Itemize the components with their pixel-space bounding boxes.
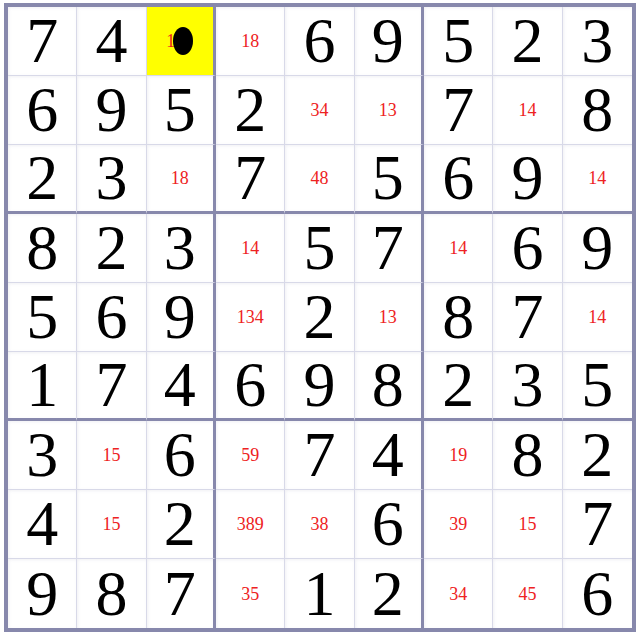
cell-r9c2[interactable]: 8 [77, 559, 146, 628]
cell-r6c2[interactable]: 7 [77, 352, 146, 421]
candidate-digits: 18 [171, 169, 189, 187]
solved-digit: 7 [164, 562, 196, 626]
candidate-digits: 59 [241, 446, 259, 464]
cell-r3c4[interactable]: 7 [216, 145, 285, 214]
solved-digit: 8 [26, 216, 58, 280]
cell-r8c4[interactable]: 389 [216, 490, 285, 559]
solved-digit: 7 [234, 146, 266, 210]
cell-r3c5[interactable]: 48 [285, 145, 354, 214]
cell-r1c8[interactable]: 2 [493, 7, 562, 76]
candidate-digits: 15 [102, 515, 120, 533]
cell-r7c1[interactable]: 3 [8, 421, 77, 490]
cell-r2c5[interactable]: 34 [285, 76, 354, 145]
cell-r2c4[interactable]: 2 [216, 76, 285, 145]
cell-r1c9[interactable]: 3 [563, 7, 632, 76]
cell-r3c1[interactable]: 2 [8, 145, 77, 214]
cell-r7c2[interactable]: 15 [77, 421, 146, 490]
cell-r2c8[interactable]: 14 [493, 76, 562, 145]
cell-r9c7[interactable]: 34 [424, 559, 493, 628]
solved-digit: 7 [442, 78, 474, 142]
solved-digit: 6 [303, 9, 335, 73]
solved-digit: 6 [511, 216, 543, 280]
solved-digit: 2 [95, 216, 127, 280]
solved-digit: 8 [442, 285, 474, 349]
cell-r6c8[interactable]: 3 [493, 352, 562, 421]
cell-r8c5[interactable]: 38 [285, 490, 354, 559]
candidate-digits: 34 [449, 585, 467, 603]
cell-r3c9[interactable]: 14 [563, 145, 632, 214]
cell-r8c9[interactable]: 7 [563, 490, 632, 559]
cell-r5c5[interactable]: 2 [285, 283, 354, 352]
solved-digit: 5 [303, 216, 335, 280]
cell-r9c8[interactable]: 45 [493, 559, 562, 628]
cell-r5c9[interactable]: 14 [563, 283, 632, 352]
solved-digit: 3 [581, 9, 613, 73]
candidate-digits: 14 [449, 239, 467, 257]
cell-r9c3[interactable]: 7 [147, 559, 216, 628]
cell-r7c9[interactable]: 2 [563, 421, 632, 490]
cell-r5c4[interactable]: 134 [216, 283, 285, 352]
cell-r8c2[interactable]: 15 [77, 490, 146, 559]
candidate-digits: 134 [237, 308, 264, 326]
cell-r5c7[interactable]: 8 [424, 283, 493, 352]
solved-digit: 7 [303, 423, 335, 487]
solved-digit: 7 [581, 492, 613, 556]
solved-digit: 2 [581, 423, 613, 487]
candidate-digits: 14 [588, 308, 606, 326]
candidate-digits: 389 [237, 515, 264, 533]
solved-digit: 9 [26, 562, 58, 626]
solved-digit: 9 [581, 216, 613, 280]
candidate-digits: 35 [241, 585, 259, 603]
cell-r3c3[interactable]: 18 [147, 145, 216, 214]
cell-r8c6[interactable]: 6 [355, 490, 424, 559]
cell-r8c1[interactable]: 4 [8, 490, 77, 559]
cell-r8c7[interactable]: 39 [424, 490, 493, 559]
cell-r2c1[interactable]: 6 [8, 76, 77, 145]
cell-r4c1[interactable]: 8 [8, 214, 77, 283]
sudoku-board: 7411869523695234137148231874856914823145… [4, 3, 636, 632]
cell-r6c6[interactable]: 8 [355, 352, 424, 421]
solved-digit: 4 [164, 353, 196, 417]
cell-r6c7[interactable]: 2 [424, 352, 493, 421]
candidate-digits: 14 [518, 101, 536, 119]
solved-digit: 5 [26, 285, 58, 349]
solved-digit: 9 [164, 285, 196, 349]
solved-digit: 6 [95, 285, 127, 349]
cell-r9c6[interactable]: 2 [355, 559, 424, 628]
cell-r2c3[interactable]: 5 [147, 76, 216, 145]
candidate-marker-ellipse-icon [173, 27, 193, 55]
solved-digit: 2 [442, 353, 474, 417]
cell-r1c5[interactable]: 6 [285, 7, 354, 76]
candidate-digits: 48 [310, 169, 328, 187]
solved-digit: 9 [511, 146, 543, 210]
cell-r7c5[interactable]: 7 [285, 421, 354, 490]
candidate-digits: 18 [241, 32, 259, 50]
solved-digit: 2 [372, 562, 404, 626]
cell-r4c5[interactable]: 5 [285, 214, 354, 283]
solved-digit: 2 [303, 285, 335, 349]
solved-digit: 8 [372, 353, 404, 417]
cell-r6c3[interactable]: 4 [147, 352, 216, 421]
cell-r2c2[interactable]: 9 [77, 76, 146, 145]
cell-r7c3[interactable]: 6 [147, 421, 216, 490]
cell-r1c1[interactable]: 7 [8, 7, 77, 76]
cell-r5c2[interactable]: 6 [77, 283, 146, 352]
cell-r1c6[interactable]: 9 [355, 7, 424, 76]
cell-r9c5[interactable]: 1 [285, 559, 354, 628]
solved-digit: 2 [511, 9, 543, 73]
candidate-digits: 39 [449, 515, 467, 533]
cell-r1c3[interactable]: 1 [147, 7, 216, 76]
cell-r2c9[interactable]: 8 [563, 76, 632, 145]
solved-digit: 5 [164, 78, 196, 142]
cell-r6c4[interactable]: 6 [216, 352, 285, 421]
solved-digit: 3 [511, 353, 543, 417]
cell-r9c4[interactable]: 35 [216, 559, 285, 628]
candidate-digits: 14 [241, 239, 259, 257]
candidate-digits: 19 [449, 446, 467, 464]
cell-r4c7[interactable]: 14 [424, 214, 493, 283]
solved-digit: 5 [372, 146, 404, 210]
solved-digit: 2 [26, 146, 58, 210]
cell-r6c5[interactable]: 9 [285, 352, 354, 421]
cell-r3c6[interactable]: 5 [355, 145, 424, 214]
solved-digit: 4 [372, 423, 404, 487]
solved-digit: 8 [95, 562, 127, 626]
cell-r8c8[interactable]: 15 [493, 490, 562, 559]
cell-r7c7[interactable]: 19 [424, 421, 493, 490]
cell-r5c8[interactable]: 7 [493, 283, 562, 352]
cell-r4c6[interactable]: 7 [355, 214, 424, 283]
solved-digit: 1 [26, 353, 58, 417]
cell-r2c7[interactable]: 7 [424, 76, 493, 145]
solved-digit: 6 [26, 78, 58, 142]
cell-r8c3[interactable]: 2 [147, 490, 216, 559]
solved-digit: 7 [372, 216, 404, 280]
cell-r4c8[interactable]: 6 [493, 214, 562, 283]
solved-digit: 5 [581, 353, 613, 417]
cell-r3c2[interactable]: 3 [77, 145, 146, 214]
solved-digit: 3 [164, 216, 196, 280]
candidate-digits: 13 [379, 308, 397, 326]
candidate-digits: 14 [588, 169, 606, 187]
cell-r7c8[interactable]: 8 [493, 421, 562, 490]
solved-digit: 3 [26, 423, 58, 487]
solved-digit: 9 [95, 78, 127, 142]
solved-digit: 6 [164, 423, 196, 487]
solved-digit: 7 [511, 285, 543, 349]
solved-digit: 6 [372, 492, 404, 556]
candidate-digits: 38 [310, 515, 328, 533]
candidate-digits: 34 [310, 101, 328, 119]
cell-r1c4[interactable]: 18 [216, 7, 285, 76]
cell-r2c6[interactable]: 13 [355, 76, 424, 145]
solved-digit: 9 [372, 9, 404, 73]
candidate-digits: 45 [518, 585, 536, 603]
highlighted-candidates: 1 [166, 27, 193, 55]
solved-digit: 1 [303, 562, 335, 626]
solved-digit: 2 [164, 492, 196, 556]
cell-r4c2[interactable]: 2 [77, 214, 146, 283]
cell-r7c4[interactable]: 59 [216, 421, 285, 490]
cell-r4c3[interactable]: 3 [147, 214, 216, 283]
solved-digit: 8 [581, 78, 613, 142]
candidate-digits: 15 [518, 515, 536, 533]
cell-r1c7[interactable]: 5 [424, 7, 493, 76]
solved-digit: 5 [442, 9, 474, 73]
candidate-digits: 15 [102, 446, 120, 464]
solved-digit: 3 [95, 146, 127, 210]
candidate-digits: 13 [379, 101, 397, 119]
solved-digit: 2 [234, 78, 266, 142]
solved-digit: 6 [442, 146, 474, 210]
solved-digit: 4 [26, 492, 58, 556]
cell-r4c4[interactable]: 14 [216, 214, 285, 283]
cell-r9c9[interactable]: 6 [563, 559, 632, 628]
solved-digit: 9 [303, 353, 335, 417]
cell-r5c6[interactable]: 13 [355, 283, 424, 352]
solved-digit: 4 [95, 9, 127, 73]
solved-digit: 8 [511, 423, 543, 487]
cell-r9c1[interactable]: 9 [8, 559, 77, 628]
cell-r3c8[interactable]: 9 [493, 145, 562, 214]
cell-r3c7[interactable]: 6 [424, 145, 493, 214]
cell-r6c1[interactable]: 1 [8, 352, 77, 421]
cell-r5c1[interactable]: 5 [8, 283, 77, 352]
solved-digit: 7 [95, 353, 127, 417]
cell-r7c6[interactable]: 4 [355, 421, 424, 490]
cell-r1c2[interactable]: 4 [77, 7, 146, 76]
cell-r4c9[interactable]: 9 [563, 214, 632, 283]
solved-digit: 7 [26, 9, 58, 73]
solved-digit: 6 [234, 353, 266, 417]
cell-r5c3[interactable]: 9 [147, 283, 216, 352]
cell-r6c9[interactable]: 5 [563, 352, 632, 421]
solved-digit: 6 [581, 562, 613, 626]
